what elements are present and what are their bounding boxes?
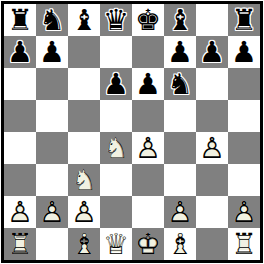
board-grid: ♜♞♝♛♚♝♜♟♟♟♟♟♟♟♞♞♘♟♙♟♙♞♘♟♙♟♙♟♙♟♙♟♙♜♖♝♗♛♕♚… bbox=[4, 4, 260, 260]
piece-glyph-fill: ♜ bbox=[228, 4, 260, 36]
white-pawn[interactable]: ♟♙ bbox=[228, 196, 260, 228]
piece-glyph-outline: ♙ bbox=[132, 132, 164, 164]
square-h5[interactable] bbox=[228, 100, 260, 132]
square-e3[interactable] bbox=[132, 164, 164, 196]
square-b8[interactable]: ♞ bbox=[36, 4, 68, 36]
black-pawn[interactable]: ♟ bbox=[36, 36, 68, 68]
square-a4[interactable] bbox=[4, 132, 36, 164]
square-c4[interactable] bbox=[68, 132, 100, 164]
square-h1[interactable]: ♜♖ bbox=[228, 228, 260, 260]
square-g7[interactable]: ♟ bbox=[196, 36, 228, 68]
square-d6[interactable]: ♟ bbox=[100, 68, 132, 100]
square-f4[interactable] bbox=[164, 132, 196, 164]
black-bishop[interactable]: ♝ bbox=[164, 4, 196, 36]
black-pawn[interactable]: ♟ bbox=[164, 36, 196, 68]
square-c2[interactable]: ♟♙ bbox=[68, 196, 100, 228]
piece-glyph-outline: ♙ bbox=[228, 196, 260, 228]
square-g1[interactable] bbox=[196, 228, 228, 260]
square-a5[interactable] bbox=[4, 100, 36, 132]
square-g3[interactable] bbox=[196, 164, 228, 196]
square-e7[interactable] bbox=[132, 36, 164, 68]
square-g8[interactable] bbox=[196, 4, 228, 36]
piece-glyph-fill: ♞ bbox=[164, 68, 196, 100]
square-d5[interactable] bbox=[100, 100, 132, 132]
piece-glyph-outline: ♘ bbox=[68, 164, 100, 196]
chess-board: ♜♞♝♛♚♝♜♟♟♟♟♟♟♟♞♞♘♟♙♟♙♞♘♟♙♟♙♟♙♟♙♟♙♜♖♝♗♛♕♚… bbox=[1, 1, 263, 263]
square-b5[interactable] bbox=[36, 100, 68, 132]
square-b6[interactable] bbox=[36, 68, 68, 100]
square-e1[interactable]: ♚♔ bbox=[132, 228, 164, 260]
piece-glyph-fill: ♛ bbox=[100, 4, 132, 36]
white-king[interactable]: ♚♔ bbox=[132, 228, 164, 260]
square-d4[interactable]: ♞♘ bbox=[100, 132, 132, 164]
square-c3[interactable]: ♞♘ bbox=[68, 164, 100, 196]
square-h2[interactable]: ♟♙ bbox=[228, 196, 260, 228]
square-a1[interactable]: ♜♖ bbox=[4, 228, 36, 260]
square-f6[interactable]: ♞ bbox=[164, 68, 196, 100]
piece-glyph-outline: ♔ bbox=[132, 228, 164, 260]
square-d8[interactable]: ♛ bbox=[100, 4, 132, 36]
square-c1[interactable]: ♝♗ bbox=[68, 228, 100, 260]
square-d1[interactable]: ♛♕ bbox=[100, 228, 132, 260]
square-b2[interactable]: ♟♙ bbox=[36, 196, 68, 228]
square-e2[interactable] bbox=[132, 196, 164, 228]
white-rook[interactable]: ♜♖ bbox=[228, 228, 260, 260]
piece-glyph-fill: ♟ bbox=[36, 36, 68, 68]
piece-glyph-fill: ♟ bbox=[132, 68, 164, 100]
square-g5[interactable] bbox=[196, 100, 228, 132]
white-queen[interactable]: ♛♕ bbox=[100, 228, 132, 260]
square-d7[interactable] bbox=[100, 36, 132, 68]
black-pawn[interactable]: ♟ bbox=[228, 36, 260, 68]
square-f1[interactable]: ♝♗ bbox=[164, 228, 196, 260]
piece-glyph-fill: ♝ bbox=[68, 4, 100, 36]
square-f7[interactable]: ♟ bbox=[164, 36, 196, 68]
piece-glyph-outline: ♙ bbox=[196, 132, 228, 164]
white-pawn[interactable]: ♟♙ bbox=[4, 196, 36, 228]
square-f8[interactable]: ♝ bbox=[164, 4, 196, 36]
white-bishop[interactable]: ♝♗ bbox=[68, 228, 100, 260]
piece-glyph-outline: ♖ bbox=[4, 228, 36, 260]
piece-glyph-outline: ♖ bbox=[228, 228, 260, 260]
square-c7[interactable] bbox=[68, 36, 100, 68]
square-c6[interactable] bbox=[68, 68, 100, 100]
piece-glyph-outline: ♙ bbox=[164, 196, 196, 228]
piece-glyph-fill: ♟ bbox=[100, 68, 132, 100]
square-e8[interactable]: ♚ bbox=[132, 4, 164, 36]
piece-glyph-fill: ♝ bbox=[164, 4, 196, 36]
square-a2[interactable]: ♟♙ bbox=[4, 196, 36, 228]
square-h6[interactable] bbox=[228, 68, 260, 100]
square-b1[interactable] bbox=[36, 228, 68, 260]
white-rook[interactable]: ♜♖ bbox=[4, 228, 36, 260]
piece-glyph-fill: ♟ bbox=[228, 36, 260, 68]
square-b7[interactable]: ♟ bbox=[36, 36, 68, 68]
black-king[interactable]: ♚ bbox=[132, 4, 164, 36]
square-c8[interactable]: ♝ bbox=[68, 4, 100, 36]
white-pawn[interactable]: ♟♙ bbox=[132, 132, 164, 164]
square-b3[interactable] bbox=[36, 164, 68, 196]
square-e4[interactable]: ♟♙ bbox=[132, 132, 164, 164]
square-g6[interactable] bbox=[196, 68, 228, 100]
white-pawn[interactable]: ♟♙ bbox=[196, 132, 228, 164]
black-knight[interactable]: ♞ bbox=[164, 68, 196, 100]
square-a3[interactable] bbox=[4, 164, 36, 196]
piece-glyph-outline: ♗ bbox=[164, 228, 196, 260]
white-knight[interactable]: ♞♘ bbox=[100, 132, 132, 164]
black-bishop[interactable]: ♝ bbox=[68, 4, 100, 36]
square-f3[interactable] bbox=[164, 164, 196, 196]
black-knight[interactable]: ♞ bbox=[36, 4, 68, 36]
square-h3[interactable] bbox=[228, 164, 260, 196]
white-pawn[interactable]: ♟♙ bbox=[68, 196, 100, 228]
piece-glyph-outline: ♙ bbox=[4, 196, 36, 228]
black-pawn[interactable]: ♟ bbox=[196, 36, 228, 68]
square-a8[interactable]: ♜ bbox=[4, 4, 36, 36]
black-rook[interactable]: ♜ bbox=[4, 4, 36, 36]
square-h4[interactable] bbox=[228, 132, 260, 164]
white-bishop[interactable]: ♝♗ bbox=[164, 228, 196, 260]
square-c5[interactable] bbox=[68, 100, 100, 132]
square-f2[interactable]: ♟♙ bbox=[164, 196, 196, 228]
piece-glyph-outline: ♕ bbox=[100, 228, 132, 260]
square-a7[interactable]: ♟ bbox=[4, 36, 36, 68]
square-g4[interactable]: ♟♙ bbox=[196, 132, 228, 164]
square-d3[interactable] bbox=[100, 164, 132, 196]
square-a6[interactable] bbox=[4, 68, 36, 100]
square-g2[interactable] bbox=[196, 196, 228, 228]
piece-glyph-outline: ♘ bbox=[100, 132, 132, 164]
white-pawn[interactable]: ♟♙ bbox=[164, 196, 196, 228]
piece-glyph-outline: ♙ bbox=[68, 196, 100, 228]
black-rook[interactable]: ♜ bbox=[228, 4, 260, 36]
white-pawn[interactable]: ♟♙ bbox=[36, 196, 68, 228]
white-knight[interactable]: ♞♘ bbox=[68, 164, 100, 196]
piece-glyph-fill: ♚ bbox=[132, 4, 164, 36]
square-h8[interactable]: ♜ bbox=[228, 4, 260, 36]
piece-glyph-outline: ♗ bbox=[68, 228, 100, 260]
piece-glyph-fill: ♟ bbox=[196, 36, 228, 68]
black-queen[interactable]: ♛ bbox=[100, 4, 132, 36]
piece-glyph-fill: ♟ bbox=[164, 36, 196, 68]
square-e5[interactable] bbox=[132, 100, 164, 132]
square-b4[interactable] bbox=[36, 132, 68, 164]
black-pawn[interactable]: ♟ bbox=[4, 36, 36, 68]
black-pawn[interactable]: ♟ bbox=[132, 68, 164, 100]
piece-glyph-outline: ♙ bbox=[36, 196, 68, 228]
square-e6[interactable]: ♟ bbox=[132, 68, 164, 100]
square-d2[interactable] bbox=[100, 196, 132, 228]
black-pawn[interactable]: ♟ bbox=[100, 68, 132, 100]
piece-glyph-fill: ♟ bbox=[4, 36, 36, 68]
piece-glyph-fill: ♞ bbox=[36, 4, 68, 36]
square-f5[interactable] bbox=[164, 100, 196, 132]
piece-glyph-fill: ♜ bbox=[4, 4, 36, 36]
square-h7[interactable]: ♟ bbox=[228, 36, 260, 68]
